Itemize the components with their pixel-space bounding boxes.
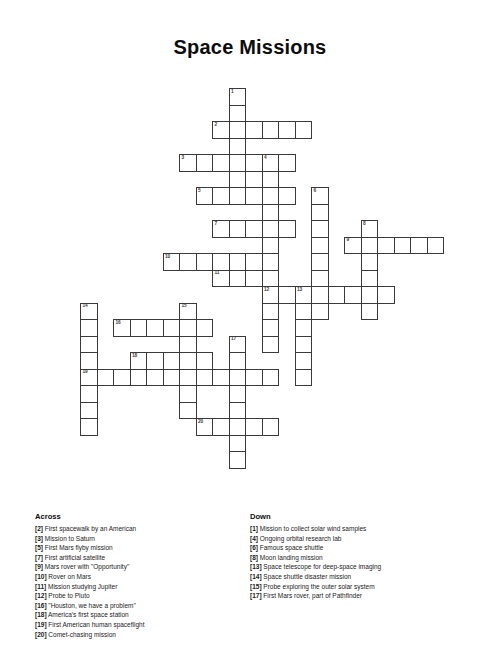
cell-number: 10: [165, 255, 170, 260]
cell: [80, 352, 98, 370]
cell: [229, 154, 247, 172]
clue-text: First spacewalk by an American: [43, 525, 136, 532]
cell: [262, 253, 280, 271]
cell: [262, 303, 280, 321]
clue-item: [18] America's first space station: [35, 610, 245, 620]
cell: [179, 385, 197, 403]
clue-text: Comet-chasing mission: [47, 631, 116, 638]
clue-text: Space shuttle disaster mission: [262, 573, 352, 580]
cell: [229, 138, 247, 156]
clue-number: [4]: [250, 535, 258, 542]
clue-text: Probe exploring the outer solar system: [262, 583, 375, 590]
cell: [328, 286, 346, 304]
cell: [146, 352, 164, 370]
clue-number: [12]: [35, 592, 47, 599]
clue-item: [1] Mission to collect solar wind sample…: [250, 524, 485, 534]
clue-number: [18]: [35, 611, 47, 618]
cell: [212, 253, 230, 271]
cell: [80, 385, 98, 403]
cell: [179, 402, 197, 420]
cell-16: 16: [113, 319, 131, 337]
cell: [130, 319, 148, 337]
cell: [212, 154, 230, 172]
cell-11: 11: [212, 270, 230, 288]
clue-text: First artificial satellite: [43, 554, 105, 561]
cell: [80, 418, 98, 436]
cell-3: 3: [179, 154, 197, 172]
clue-item: [15] Probe exploring the outer solar sys…: [250, 582, 485, 592]
cell: [311, 270, 329, 288]
cell: [410, 237, 428, 255]
clue-item: [10] Rover on Mars: [35, 572, 245, 582]
cell: [196, 319, 214, 337]
clue-text: America's first space station: [47, 611, 129, 618]
clue-number: [14]: [250, 573, 262, 580]
clue-number: [8]: [250, 554, 258, 561]
cell: [295, 352, 313, 370]
clue-number: [5]: [35, 544, 43, 551]
cell-19: 19: [80, 369, 98, 387]
cell: [229, 435, 247, 453]
cell-number: 19: [82, 370, 87, 375]
cell-number: 6: [313, 189, 316, 194]
cell: [163, 319, 181, 337]
cell-number: 8: [363, 222, 366, 227]
cell-5: 5: [196, 187, 214, 205]
clue-number: [7]: [35, 554, 43, 561]
cell-number: 2: [214, 123, 217, 128]
cell: [295, 121, 313, 139]
cell-6: 6: [311, 187, 329, 205]
clue-item: [4] Ongoing orbital research lab: [250, 534, 485, 544]
cell: [179, 336, 197, 354]
clue-text: Mission studying Jupiter: [46, 583, 117, 590]
cell-2: 2: [212, 121, 230, 139]
cell: [278, 154, 296, 172]
clue-number: [17]: [250, 592, 262, 599]
cell: [311, 220, 329, 238]
cell-number: 4: [264, 156, 267, 161]
cell: [262, 171, 280, 189]
cell: [361, 303, 379, 321]
cell: [245, 253, 263, 271]
cell: [278, 220, 296, 238]
clue-text: Mars rover with "Opportunity": [43, 563, 129, 570]
cell: [262, 237, 280, 255]
cell: [245, 187, 263, 205]
clue-item: [2] First spacewalk by an American: [35, 524, 245, 534]
cell-15: 15: [179, 303, 197, 321]
cell-number: 20: [198, 420, 203, 425]
clue-item: [7] First artificial satellite: [35, 553, 245, 563]
cell: [229, 451, 247, 469]
cell: [212, 369, 230, 387]
cell: [377, 286, 395, 304]
cell: [311, 204, 329, 222]
clue-text: First Mars flyby mission: [43, 544, 113, 551]
cell-number: 17: [231, 337, 236, 342]
cell: [229, 270, 247, 288]
cell: [295, 319, 313, 337]
cell-number: 14: [82, 304, 87, 309]
cell: [229, 402, 247, 420]
cell: [229, 418, 247, 436]
cell-14: 14: [80, 303, 98, 321]
clue-number: [6]: [250, 544, 258, 551]
clue-item: [8] Moon landing mission: [250, 553, 485, 563]
cell: [179, 253, 197, 271]
cell: [179, 369, 197, 387]
cell: [245, 121, 263, 139]
across-header: Across: [35, 512, 245, 521]
cell: [295, 369, 313, 387]
cell-number: 15: [181, 304, 186, 309]
cell: [80, 402, 98, 420]
cell-10: 10: [163, 253, 181, 271]
cell-number: 1: [231, 90, 234, 95]
clue-text: Mission to collect solar wind samples: [258, 525, 366, 532]
cell: [262, 369, 280, 387]
clue-number: [19]: [35, 621, 47, 628]
clue-number: [1]: [250, 525, 258, 532]
cell: [278, 121, 296, 139]
clue-text: Space telescope for deep-space imaging: [262, 563, 382, 570]
cell: [229, 369, 247, 387]
cell: [427, 237, 445, 255]
cell: [196, 352, 214, 370]
crossword-grid: 1234125678910111314191516171820: [80, 88, 443, 468]
clue-text: Probe to Pluto: [47, 592, 90, 599]
cell: [196, 369, 214, 387]
clue-item: [17] First Mars rover, part of Pathfinde…: [250, 591, 485, 601]
cell: [262, 220, 280, 238]
cell: [80, 319, 98, 337]
cell: [361, 286, 379, 304]
cell-number: 7: [214, 222, 217, 227]
cell: [361, 237, 379, 255]
cell-18: 18: [130, 352, 148, 370]
clue-text: Famous space shuttle: [258, 544, 323, 551]
clue-item: [19] First American human spaceflight: [35, 620, 245, 630]
clue-item: [9] Mars rover with "Opportunity": [35, 562, 245, 572]
clue-number: [15]: [250, 583, 262, 590]
across-clues-column: Across [2] First spacewalk by an America…: [35, 512, 245, 639]
clue-item: [13] Space telescope for deep-space imag…: [250, 562, 485, 572]
clue-item: [12] Probe to Pluto: [35, 591, 245, 601]
clue-text: Mission to Saturn: [43, 535, 95, 542]
clue-item: [16] "Houston, we have a problem": [35, 601, 245, 611]
cell-number: 18: [132, 354, 137, 359]
cell: [295, 336, 313, 354]
cell-9: 9: [344, 237, 362, 255]
cell-number: 5: [198, 189, 201, 194]
cell: [229, 253, 247, 271]
cell: [245, 154, 263, 172]
cell: [245, 220, 263, 238]
cell: [262, 121, 280, 139]
cell-number: 16: [115, 321, 120, 326]
cell: [311, 303, 329, 321]
clue-text: "Houston, we have a problem": [47, 602, 136, 609]
cell: [179, 352, 197, 370]
cell: [97, 369, 115, 387]
cell: [394, 237, 412, 255]
cell: [212, 187, 230, 205]
cell: [212, 418, 230, 436]
cell-7: 7: [212, 220, 230, 238]
cell-number: 13: [297, 288, 302, 293]
cell: [146, 319, 164, 337]
cell-17: 17: [229, 336, 247, 354]
clue-item: [3] Mission to Saturn: [35, 534, 245, 544]
clue-number: [20]: [35, 631, 47, 638]
cell: [229, 105, 247, 123]
clue-number: [11]: [35, 583, 46, 590]
clue-item: [5] First Mars flyby mission: [35, 543, 245, 553]
cell: [245, 418, 263, 436]
cell-1: 1: [229, 88, 247, 106]
cell: [179, 319, 197, 337]
cell: [262, 319, 280, 337]
clue-text: First Mars rover, part of Pathfinder: [262, 592, 362, 599]
cell: [229, 121, 247, 139]
cell: [278, 187, 296, 205]
cell: [361, 270, 379, 288]
clue-number: [13]: [250, 563, 262, 570]
clue-number: [9]: [35, 563, 43, 570]
cell-20: 20: [196, 418, 214, 436]
clue-number: [3]: [35, 535, 43, 542]
clue-text: Ongoing orbital research lab: [258, 535, 341, 542]
cell-8: 8: [361, 220, 379, 238]
clue-item: [6] Famous space shuttle: [250, 543, 485, 553]
clue-number: [16]: [35, 602, 47, 609]
cell-12: 12: [262, 286, 280, 304]
cell: [163, 352, 181, 370]
cell-number: 11: [214, 271, 219, 276]
down-clues-column: Down [1] Mission to collect solar wind s…: [250, 512, 485, 601]
cell: [245, 369, 263, 387]
cell: [229, 385, 247, 403]
clue-number: [2]: [35, 525, 43, 532]
cell: [262, 270, 280, 288]
cell: [361, 253, 379, 271]
cell: [229, 352, 247, 370]
clue-item: [14] Space shuttle disaster mission: [250, 572, 485, 582]
clue-text: First American human spaceflight: [47, 621, 145, 628]
cell: [245, 270, 263, 288]
cell: [311, 237, 329, 255]
cell: [196, 154, 214, 172]
cell: [196, 253, 214, 271]
cell: [262, 187, 280, 205]
cell: [229, 171, 247, 189]
clue-item: [20] Comet-chasing mission: [35, 630, 245, 640]
cell: [278, 286, 296, 304]
cell: [80, 336, 98, 354]
cell: [262, 418, 280, 436]
clue-item: [11] Mission studying Jupiter: [35, 582, 245, 592]
cell-number: 3: [181, 156, 184, 161]
cell: [262, 336, 280, 354]
cell: [377, 237, 395, 255]
cell-13: 13: [295, 286, 313, 304]
cell-number: 9: [346, 238, 349, 243]
cell: [311, 253, 329, 271]
cell: [113, 369, 131, 387]
cell: [146, 369, 164, 387]
cell: [311, 286, 329, 304]
cell: [229, 187, 247, 205]
clue-text: Moon landing mission: [258, 554, 323, 561]
cell: [344, 286, 362, 304]
page: Space Missions 1234125678910111314191516…: [0, 0, 500, 647]
cell: [163, 369, 181, 387]
cell: [130, 369, 148, 387]
cell: [262, 204, 280, 222]
cell-number: 12: [264, 288, 269, 293]
page-title: Space Missions: [0, 36, 500, 59]
clue-text: Rover on Mars: [47, 573, 91, 580]
across-clue-list: [2] First spacewalk by an American[3] Mi…: [35, 524, 245, 639]
clue-number: [10]: [35, 573, 47, 580]
cell: [295, 303, 313, 321]
cell-4: 4: [262, 154, 280, 172]
cell: [229, 220, 247, 238]
down-clue-list: [1] Mission to collect solar wind sample…: [250, 524, 485, 601]
down-header: Down: [250, 512, 485, 521]
